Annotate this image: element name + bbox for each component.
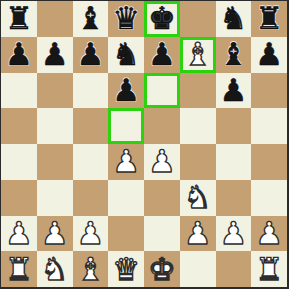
square-d7[interactable]: ♞ xyxy=(108,37,144,73)
piece-white-rook-a1[interactable]: ♜ xyxy=(5,254,33,285)
piece-white-knight-f3[interactable]: ♞ xyxy=(184,182,212,213)
square-h5[interactable] xyxy=(251,108,287,144)
square-e6[interactable] xyxy=(144,73,180,109)
piece-black-king-e8[interactable]: ♚ xyxy=(148,3,176,34)
square-b5[interactable] xyxy=(37,108,73,144)
square-d2[interactable] xyxy=(108,216,144,252)
square-c1[interactable]: ♝ xyxy=(73,251,109,287)
piece-white-pawn-a2[interactable]: ♟ xyxy=(5,218,33,249)
square-a3[interactable] xyxy=(1,180,37,216)
square-f2[interactable]: ♟ xyxy=(180,216,216,252)
square-d3[interactable] xyxy=(108,180,144,216)
square-b2[interactable]: ♟ xyxy=(37,216,73,252)
square-h1[interactable]: ♜ xyxy=(251,251,287,287)
piece-black-knight-d7[interactable]: ♞ xyxy=(112,39,140,70)
square-g7[interactable]: ♝ xyxy=(216,37,252,73)
square-b8[interactable] xyxy=(37,1,73,37)
square-c5[interactable] xyxy=(73,108,109,144)
square-d6[interactable]: ♟ xyxy=(108,73,144,109)
piece-black-pawn-h7[interactable]: ♟ xyxy=(255,39,283,70)
square-g1[interactable] xyxy=(216,251,252,287)
piece-black-bishop-c8[interactable]: ♝ xyxy=(76,3,104,34)
square-e7[interactable]: ♟ xyxy=(144,37,180,73)
square-h8[interactable]: ♜ xyxy=(251,1,287,37)
chess-board: ♜♝♛♚♞♜♟♟♟♞♟♝♝♟♟♟♟♟♞♟♟♟♟♟♟♜♞♝♛♚♜ xyxy=(0,0,289,289)
square-a6[interactable] xyxy=(1,73,37,109)
square-c6[interactable] xyxy=(73,73,109,109)
square-e8[interactable]: ♚ xyxy=(144,1,180,37)
square-d5[interactable] xyxy=(108,108,144,144)
square-a4[interactable] xyxy=(1,144,37,180)
square-f7[interactable]: ♝ xyxy=(180,37,216,73)
square-d1[interactable]: ♛ xyxy=(108,251,144,287)
square-g8[interactable]: ♞ xyxy=(216,1,252,37)
piece-black-pawn-c7[interactable]: ♟ xyxy=(76,39,104,70)
piece-white-bishop-c1[interactable]: ♝ xyxy=(76,254,104,285)
square-d4[interactable]: ♟ xyxy=(108,144,144,180)
square-f6[interactable] xyxy=(180,73,216,109)
square-h2[interactable]: ♟ xyxy=(251,216,287,252)
square-f5[interactable] xyxy=(180,108,216,144)
square-d8[interactable]: ♛ xyxy=(108,1,144,37)
square-b1[interactable]: ♞ xyxy=(37,251,73,287)
piece-white-pawn-c2[interactable]: ♟ xyxy=(76,218,104,249)
piece-white-rook-h1[interactable]: ♜ xyxy=(255,254,283,285)
square-b7[interactable]: ♟ xyxy=(37,37,73,73)
square-h3[interactable] xyxy=(251,180,287,216)
piece-black-pawn-d6[interactable]: ♟ xyxy=(112,75,140,106)
square-g3[interactable] xyxy=(216,180,252,216)
piece-black-queen-d8[interactable]: ♛ xyxy=(112,3,140,34)
piece-white-king-e1[interactable]: ♚ xyxy=(148,254,176,285)
square-a5[interactable] xyxy=(1,108,37,144)
piece-white-pawn-e4[interactable]: ♟ xyxy=(148,146,176,177)
square-f8[interactable] xyxy=(180,1,216,37)
piece-black-pawn-a7[interactable]: ♟ xyxy=(5,39,33,70)
square-f4[interactable] xyxy=(180,144,216,180)
square-e1[interactable]: ♚ xyxy=(144,251,180,287)
piece-black-pawn-g6[interactable]: ♟ xyxy=(219,75,247,106)
square-c8[interactable]: ♝ xyxy=(73,1,109,37)
piece-white-bishop-f7[interactable]: ♝ xyxy=(184,39,212,70)
piece-white-queen-d1[interactable]: ♛ xyxy=(112,254,140,285)
square-a1[interactable]: ♜ xyxy=(1,251,37,287)
square-c4[interactable] xyxy=(73,144,109,180)
piece-black-bishop-g7[interactable]: ♝ xyxy=(219,39,247,70)
piece-black-knight-g8[interactable]: ♞ xyxy=(219,3,247,34)
square-b4[interactable] xyxy=(37,144,73,180)
square-a2[interactable]: ♟ xyxy=(1,216,37,252)
square-g5[interactable] xyxy=(216,108,252,144)
piece-black-rook-a8[interactable]: ♜ xyxy=(5,3,33,34)
square-e5[interactable] xyxy=(144,108,180,144)
square-g4[interactable] xyxy=(216,144,252,180)
square-a8[interactable]: ♜ xyxy=(1,1,37,37)
square-f1[interactable] xyxy=(180,251,216,287)
square-h6[interactable] xyxy=(251,73,287,109)
piece-white-pawn-f2[interactable]: ♟ xyxy=(184,218,212,249)
square-e3[interactable] xyxy=(144,180,180,216)
square-e2[interactable] xyxy=(144,216,180,252)
square-b6[interactable] xyxy=(37,73,73,109)
piece-white-pawn-g2[interactable]: ♟ xyxy=(219,218,247,249)
piece-black-pawn-b7[interactable]: ♟ xyxy=(41,39,69,70)
square-c7[interactable]: ♟ xyxy=(73,37,109,73)
square-a7[interactable]: ♟ xyxy=(1,37,37,73)
square-g6[interactable]: ♟ xyxy=(216,73,252,109)
piece-black-rook-h8[interactable]: ♜ xyxy=(255,3,283,34)
square-g2[interactable]: ♟ xyxy=(216,216,252,252)
piece-black-pawn-e7[interactable]: ♟ xyxy=(148,39,176,70)
square-b3[interactable] xyxy=(37,180,73,216)
square-c2[interactable]: ♟ xyxy=(73,216,109,252)
square-e4[interactable]: ♟ xyxy=(144,144,180,180)
piece-white-pawn-d4[interactable]: ♟ xyxy=(112,146,140,177)
piece-white-pawn-b2[interactable]: ♟ xyxy=(41,218,69,249)
square-h7[interactable]: ♟ xyxy=(251,37,287,73)
square-f3[interactable]: ♞ xyxy=(180,180,216,216)
piece-white-pawn-h2[interactable]: ♟ xyxy=(255,218,283,249)
square-c3[interactable] xyxy=(73,180,109,216)
square-h4[interactable] xyxy=(251,144,287,180)
piece-white-knight-b1[interactable]: ♞ xyxy=(41,254,69,285)
